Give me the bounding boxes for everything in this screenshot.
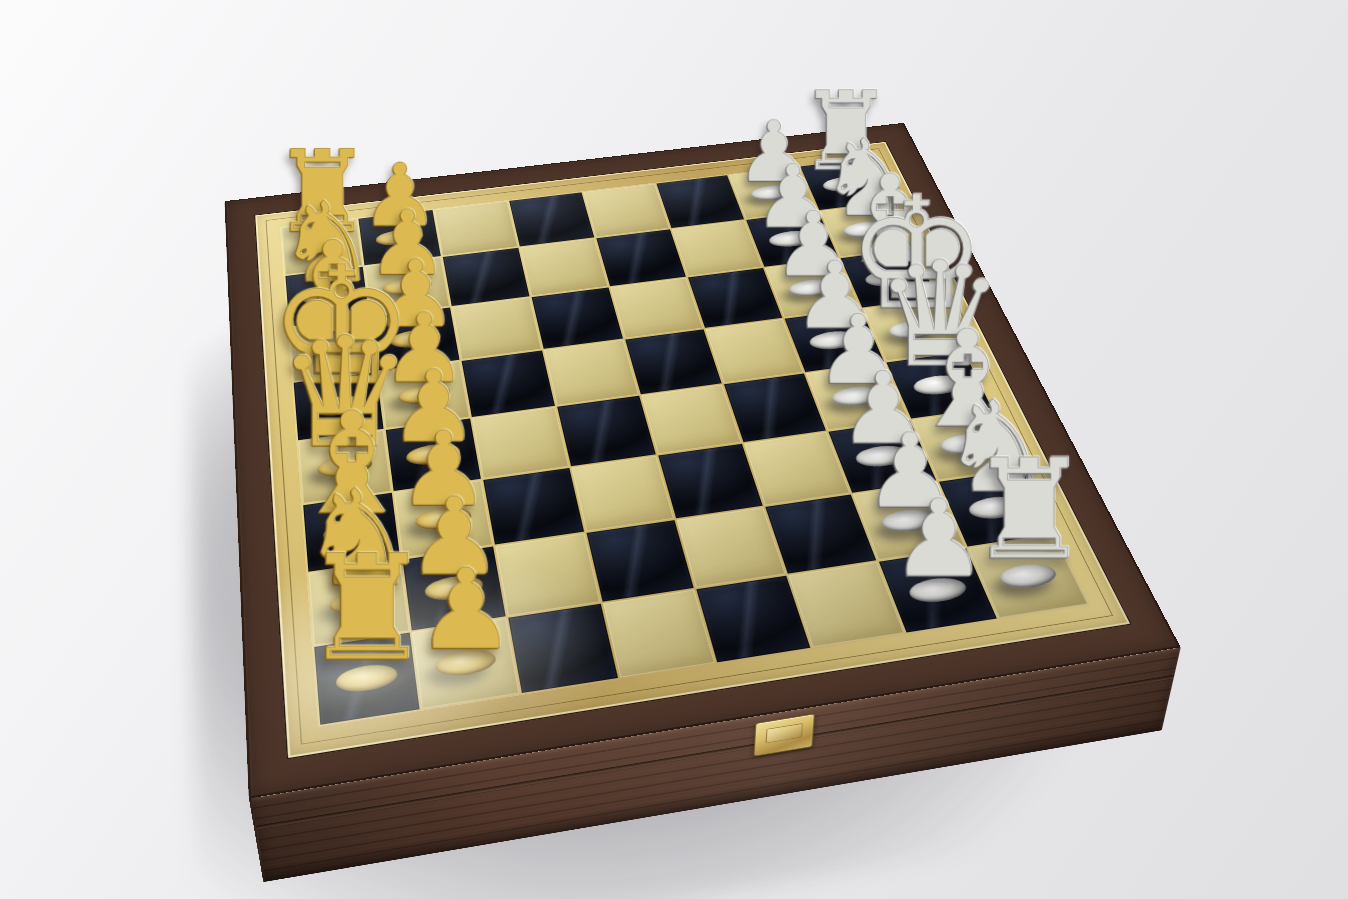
square-b4[interactable]	[587, 520, 694, 601]
perspective-stage: ♜♟♟♜♞♟♟♞♝♟♟♝♚♟♟♚♛♟♟♛♝♟♟♝♞♟♟♞♜♟♟♜	[0, 0, 1348, 899]
square-g5[interactable]	[596, 229, 685, 286]
wooden-chess-case: ♜♟♟♜♞♟♟♞♝♟♟♝♚♟♟♚♛♟♟♛♝♟♟♝♞♟♟♞♜♟♟♜	[225, 123, 1181, 799]
square-f5[interactable]	[610, 278, 703, 339]
square-d4[interactable]	[557, 396, 656, 466]
square-e5[interactable]	[625, 329, 721, 394]
brass-latch-icon	[754, 714, 816, 757]
square-h5[interactable]	[583, 184, 669, 237]
square-c4[interactable]	[571, 456, 674, 532]
square-g4[interactable]	[520, 238, 608, 296]
square-b5[interactable]	[677, 507, 786, 587]
square-a4[interactable]	[603, 590, 715, 678]
brass-board-sheet: ♜♟♟♜♞♟♟♞♝♟♟♝♚♟♟♚♛♟♟♛♝♟♟♝♞♟♟♞♜♟♟♜	[255, 142, 1130, 758]
chess-board: ♜♟♟♜♞♟♟♞♝♟♟♝♚♟♟♚♛♟♟♛♝♟♟♝♞♟♟♞♜♟♟♜	[280, 157, 1091, 727]
square-d5[interactable]	[641, 385, 741, 454]
square-f4[interactable]	[532, 288, 623, 349]
square-e4[interactable]	[544, 340, 639, 406]
piece-silver-pawn-a7[interactable]: ♟	[860, 485, 1017, 592]
square-h4[interactable]	[509, 192, 594, 246]
square-a1[interactable]: ♜	[314, 633, 419, 725]
latch-plate	[766, 723, 803, 743]
product-photo-scene: ♜♟♟♜♞♟♟♞♝♟♟♝♚♟♟♚♛♟♟♛♝♟♟♝♞♟♟♞♜♟♟♜	[0, 0, 1348, 899]
piece-gold-rook-a1[interactable]: ♜	[284, 535, 448, 680]
